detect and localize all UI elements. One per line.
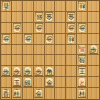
shogi-piece-gold[interactable]: 金 (45, 77, 54, 87)
shogi-piece-king[interactable]: 玉 (12, 77, 21, 87)
shogi-piece-silver[interactable]: 銀 (34, 12, 43, 22)
piece-glyph: 銀 (35, 13, 41, 19)
piece-glyph: 銀 (25, 80, 31, 86)
piece-glyph: 歩 (35, 69, 41, 75)
board-cell[interactable] (66, 66, 77, 77)
board-cell[interactable]: 歩 (1, 34, 12, 45)
piece-glyph: 歩 (14, 69, 20, 75)
piece-glyph: 歩 (79, 24, 85, 30)
piece-glyph: 玉 (14, 80, 20, 86)
board-cell[interactable] (45, 55, 56, 66)
board-cell[interactable]: 金 (45, 12, 56, 23)
board-cell[interactable]: 馬 (77, 45, 88, 56)
board-cell[interactable]: 歩 (12, 66, 23, 77)
piece-glyph: 歩 (3, 35, 9, 41)
piece-glyph: 歩 (25, 69, 31, 75)
board-cell[interactable]: 歩 (23, 66, 34, 77)
board-cell[interactable] (45, 45, 56, 56)
board-cell[interactable] (12, 1, 23, 12)
piece-glyph: 歩 (3, 69, 9, 75)
piece-glyph: 馬 (79, 45, 85, 51)
shogi-piece-knight[interactable]: 桂 (78, 1, 87, 11)
board-cell[interactable] (1, 45, 12, 56)
board-cell[interactable] (34, 55, 45, 66)
piece-glyph: 桂 (79, 91, 85, 97)
board-cell[interactable]: 金 (34, 88, 45, 99)
board-cell[interactable] (55, 88, 66, 99)
board-cell[interactable]: 香 (1, 88, 12, 99)
shogi-piece-lance[interactable]: 香 (1, 89, 10, 99)
board-cell[interactable] (12, 34, 23, 45)
board-cell[interactable] (34, 1, 45, 12)
board-cell[interactable] (88, 66, 99, 77)
board-cell[interactable]: 桂 (77, 1, 88, 12)
board-cell[interactable] (88, 55, 99, 66)
piece-glyph: 歩 (25, 35, 31, 41)
board-cell[interactable] (66, 88, 77, 99)
board-cell[interactable]: 角 (45, 66, 56, 77)
shogi-piece-pawn[interactable]: 歩 (78, 23, 87, 33)
board-cell[interactable]: 王 (77, 66, 88, 77)
board-cell[interactable]: 桂 (66, 34, 77, 45)
board-cell[interactable]: と (77, 77, 88, 88)
shogi-piece-knight[interactable]: 桂 (67, 34, 76, 44)
shogi-piece-pawn[interactable]: 歩 (12, 23, 21, 33)
shogi-piece-gold[interactable]: 金 (34, 89, 43, 99)
shogi-piece-lance[interactable]: 香 (1, 1, 10, 11)
board-cell[interactable] (34, 77, 45, 88)
board-cell[interactable] (1, 77, 12, 88)
board-cell[interactable] (55, 66, 66, 77)
board-cell[interactable] (77, 12, 88, 23)
board-cell[interactable] (1, 23, 12, 34)
shogi-piece-gold[interactable]: 金 (45, 12, 54, 22)
board-cell[interactable] (23, 1, 34, 12)
piece-glyph: 金 (35, 91, 41, 97)
board-cell[interactable] (88, 12, 99, 23)
board-cell[interactable]: 歩 (88, 45, 99, 56)
board-cell[interactable] (23, 12, 34, 23)
board-cell[interactable]: 歩 (45, 34, 56, 45)
shogi-piece-pawn[interactable]: 歩 (34, 66, 43, 76)
board-cell[interactable] (88, 77, 99, 88)
shogi-piece-king[interactable]: 王 (78, 66, 87, 76)
piece-glyph: 香 (3, 91, 9, 97)
piece-glyph: と (79, 80, 86, 86)
board-cell[interactable] (77, 34, 88, 45)
piece-glyph: 角 (46, 69, 52, 75)
board-cell[interactable] (88, 88, 99, 99)
board-cell[interactable] (1, 12, 12, 23)
piece-glyph: 金 (46, 80, 52, 86)
shogi-piece-pawn[interactable]: 歩 (12, 66, 21, 76)
board-cell[interactable] (45, 1, 56, 12)
board-cell[interactable] (88, 23, 99, 34)
board-cell[interactable] (23, 88, 34, 99)
board-cell[interactable] (1, 55, 12, 66)
board-cell[interactable]: 歩 (77, 23, 88, 34)
board-cell[interactable]: 金 (45, 77, 56, 88)
board-cell[interactable]: 香 (1, 1, 12, 12)
piece-glyph: 香 (3, 2, 9, 8)
board-cell[interactable] (66, 45, 77, 56)
board-cell[interactable]: 桂 (77, 88, 88, 99)
board-cell[interactable]: 玉 (12, 77, 23, 88)
board-cell[interactable]: 歩 (34, 66, 45, 77)
board-cell[interactable] (66, 55, 77, 66)
piece-glyph: 桂 (79, 2, 85, 8)
board-cell[interactable]: 金 (66, 12, 77, 23)
shogi-piece-pawn[interactable]: 歩 (1, 66, 10, 76)
board-cell[interactable] (45, 23, 56, 34)
board-cell[interactable]: 歩 (23, 34, 34, 45)
shogi-piece-knight[interactable]: 桂 (12, 89, 21, 99)
shogi-piece-pawn[interactable]: 歩 (34, 23, 43, 33)
board-cell[interactable] (23, 45, 34, 56)
board-cell[interactable] (55, 77, 66, 88)
piece-glyph: 歩 (68, 24, 74, 30)
board-cell[interactable]: 銀 (34, 12, 45, 23)
piece-glyph: 金 (68, 13, 74, 19)
piece-glyph: 王 (79, 67, 85, 73)
board-cell[interactable] (23, 55, 34, 66)
board-cell[interactable] (55, 23, 66, 34)
board-cell[interactable] (34, 34, 45, 45)
board-cell[interactable] (88, 34, 99, 45)
shogi-piece-tokin[interactable]: と (78, 77, 87, 87)
board-cell[interactable] (12, 45, 23, 56)
piece-glyph: 歩 (90, 47, 96, 53)
shogi-piece-knight[interactable]: 桂 (78, 89, 87, 99)
board-cell[interactable] (55, 34, 66, 45)
shogi-piece-pawn[interactable]: 歩 (89, 45, 98, 55)
board-cell[interactable] (12, 55, 23, 66)
board-cell[interactable] (55, 45, 66, 56)
shogi-piece-gold[interactable]: 金 (67, 12, 76, 22)
board-cell[interactable] (55, 55, 66, 66)
piece-glyph: 桂 (68, 35, 74, 41)
board-cell[interactable] (23, 23, 34, 34)
board-cell[interactable] (88, 1, 99, 12)
board-cell[interactable]: 歩 (66, 23, 77, 34)
board-cell[interactable] (12, 12, 23, 23)
board-cell[interactable]: 歩 (1, 66, 12, 77)
shogi-piece-promoted-bishop[interactable]: 馬 (78, 45, 87, 55)
shogi-piece-pawn[interactable]: 歩 (67, 23, 76, 33)
piece-glyph: 歩 (14, 24, 20, 30)
piece-glyph: 金 (46, 13, 52, 19)
shogi-board: 香桂銀金金歩歩歩歩歩歩歩桂馬歩飛歩歩歩歩角王玉銀金と香桂金桂 (0, 0, 100, 100)
board-cell[interactable] (66, 1, 77, 12)
board-cell[interactable] (55, 12, 66, 23)
piece-glyph: 飛 (79, 56, 85, 62)
board-cell[interactable] (66, 77, 77, 88)
board-cell[interactable] (55, 1, 66, 12)
board-cell[interactable] (45, 88, 56, 99)
shogi-piece-pawn[interactable]: 歩 (23, 66, 32, 76)
board-cell[interactable]: 歩 (34, 23, 45, 34)
board-cell[interactable] (34, 45, 45, 56)
shogi-piece-rook[interactable]: 飛 (78, 56, 87, 66)
piece-glyph: 歩 (46, 35, 52, 41)
shogi-piece-silver[interactable]: 銀 (23, 77, 32, 87)
board-cell[interactable]: 飛 (77, 55, 88, 66)
shogi-piece-pawn[interactable]: 歩 (1, 34, 10, 44)
board-cell[interactable]: 歩 (12, 23, 23, 34)
board-cell[interactable]: 銀 (23, 77, 34, 88)
shogi-piece-pawn[interactable]: 歩 (23, 34, 32, 44)
shogi-piece-bishop[interactable]: 角 (45, 66, 54, 76)
piece-glyph: 歩 (35, 24, 41, 30)
board-cell[interactable]: 桂 (12, 88, 23, 99)
piece-glyph: 桂 (14, 91, 20, 97)
shogi-piece-pawn[interactable]: 歩 (45, 34, 54, 44)
